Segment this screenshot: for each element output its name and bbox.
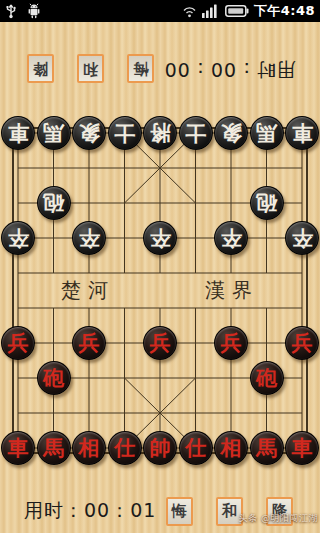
- piece-black-elephant[interactable]: 象: [72, 116, 106, 150]
- piece-red-soldier[interactable]: 兵: [214, 326, 248, 360]
- piece-glyph: 馬: [256, 432, 277, 464]
- piece-black-soldier[interactable]: 卒: [214, 221, 248, 255]
- piece-glyph: 馬: [43, 432, 64, 464]
- river-label-left: 楚河: [61, 277, 115, 304]
- piece-red-advisor[interactable]: 仕: [108, 431, 142, 465]
- river-label-right: 漢界: [205, 277, 259, 304]
- piece-red-chariot[interactable]: 車: [1, 431, 35, 465]
- piece-glyph: 仕: [185, 432, 206, 464]
- wifi-icon: [182, 5, 197, 18]
- black-draw-button[interactable]: 和: [77, 55, 104, 84]
- black-resign-button[interactable]: 降: [27, 55, 54, 84]
- red-undo-button[interactable]: 悔: [166, 497, 193, 526]
- piece-glyph: 車: [8, 432, 29, 464]
- red-timer: 用时：00：01: [24, 498, 156, 524]
- piece-red-advisor[interactable]: 仕: [179, 431, 213, 465]
- watermark: 头条 @明阳闯江湖: [239, 512, 318, 525]
- black-player-bar: 用时：00：00 悔 和 降: [0, 52, 320, 86]
- status-bar: 下午4:48: [0, 0, 320, 22]
- battery-icon: [225, 5, 249, 17]
- piece-glyph: 卒: [221, 222, 242, 254]
- piece-black-chariot[interactable]: 車: [1, 116, 35, 150]
- piece-glyph: 砲: [256, 187, 277, 219]
- piece-red-soldier[interactable]: 兵: [1, 326, 35, 360]
- piece-glyph: 象: [79, 117, 100, 149]
- piece-black-horse[interactable]: 馬: [37, 116, 71, 150]
- piece-glyph: 帥: [150, 432, 171, 464]
- android-icon: [26, 3, 42, 19]
- piece-black-soldier[interactable]: 卒: [285, 221, 319, 255]
- piece-glyph: 相: [79, 432, 100, 464]
- piece-black-advisor[interactable]: 士: [179, 116, 213, 150]
- piece-glyph: 將: [150, 117, 171, 149]
- piece-glyph: 兵: [292, 327, 313, 359]
- piece-glyph: 象: [221, 117, 242, 149]
- piece-glyph: 兵: [79, 327, 100, 359]
- piece-glyph: 車: [292, 117, 313, 149]
- piece-black-chariot[interactable]: 車: [285, 116, 319, 150]
- piece-red-elephant[interactable]: 相: [72, 431, 106, 465]
- piece-glyph: 兵: [150, 327, 171, 359]
- clock-time: 下午4:48: [254, 2, 315, 20]
- piece-glyph: 馬: [43, 117, 64, 149]
- piece-black-cannon[interactable]: 砲: [37, 186, 71, 220]
- piece-black-soldier[interactable]: 卒: [72, 221, 106, 255]
- piece-red-horse[interactable]: 馬: [250, 431, 284, 465]
- usb-icon: [5, 3, 17, 19]
- xiangqi-board[interactable]: [0, 100, 320, 470]
- piece-red-soldier[interactable]: 兵: [143, 326, 177, 360]
- piece-red-horse[interactable]: 馬: [37, 431, 71, 465]
- piece-glyph: 兵: [8, 327, 29, 359]
- piece-black-general[interactable]: 將: [143, 116, 177, 150]
- piece-glyph: 士: [185, 117, 206, 149]
- piece-glyph: 砲: [43, 187, 64, 219]
- piece-glyph: 卒: [150, 222, 171, 254]
- piece-glyph: 馬: [256, 117, 277, 149]
- piece-red-chariot[interactable]: 車: [285, 431, 319, 465]
- piece-red-soldier[interactable]: 兵: [72, 326, 106, 360]
- black-timer: 用时：00：00: [164, 56, 296, 82]
- piece-glyph: 卒: [292, 222, 313, 254]
- black-undo-button[interactable]: 悔: [127, 55, 154, 84]
- piece-black-advisor[interactable]: 士: [108, 116, 142, 150]
- piece-glyph: 卒: [8, 222, 29, 254]
- piece-red-cannon[interactable]: 砲: [37, 361, 71, 395]
- piece-black-cannon[interactable]: 砲: [250, 186, 284, 220]
- app-screen: 下午4:48 用时：00：00 悔 和 降 楚河 漢界 車馬象士將士象馬車砲砲卒…: [0, 0, 320, 533]
- piece-glyph: 砲: [256, 362, 277, 394]
- piece-red-cannon[interactable]: 砲: [250, 361, 284, 395]
- piece-black-soldier[interactable]: 卒: [143, 221, 177, 255]
- piece-glyph: 車: [8, 117, 29, 149]
- piece-black-horse[interactable]: 馬: [250, 116, 284, 150]
- piece-glyph: 仕: [114, 432, 135, 464]
- piece-red-soldier[interactable]: 兵: [285, 326, 319, 360]
- signal-icon: [202, 4, 220, 18]
- piece-red-elephant[interactable]: 相: [214, 431, 248, 465]
- piece-black-soldier[interactable]: 卒: [1, 221, 35, 255]
- piece-glyph: 砲: [43, 362, 64, 394]
- piece-glyph: 士: [114, 117, 135, 149]
- piece-glyph: 相: [221, 432, 242, 464]
- piece-glyph: 卒: [79, 222, 100, 254]
- piece-glyph: 兵: [221, 327, 242, 359]
- piece-glyph: 車: [292, 432, 313, 464]
- piece-red-general[interactable]: 帥: [143, 431, 177, 465]
- piece-black-elephant[interactable]: 象: [214, 116, 248, 150]
